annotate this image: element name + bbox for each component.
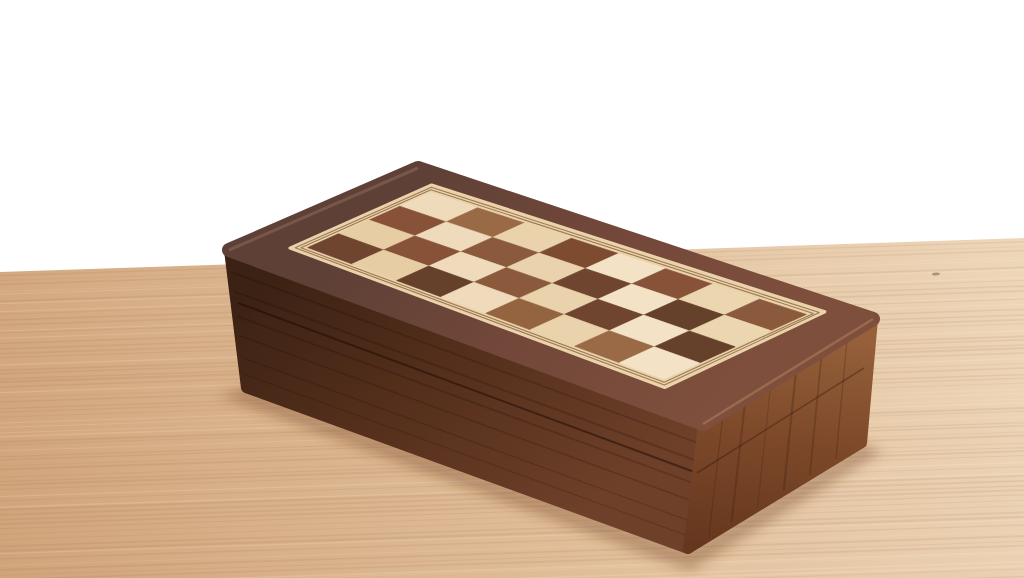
scene-canvas: [0, 0, 1024, 578]
chess-box-product-photo: [0, 0, 1024, 578]
